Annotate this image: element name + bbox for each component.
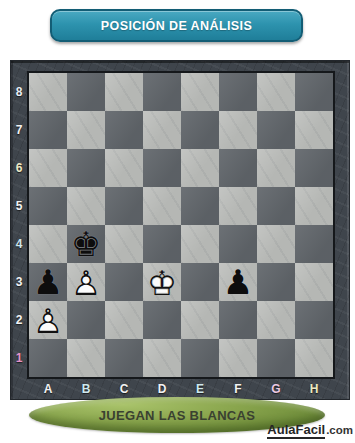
- piece-white-pawn: ♟♙: [29, 301, 67, 339]
- square-d6: [143, 149, 181, 187]
- square-b4: ♚: [67, 225, 105, 263]
- page: POSICIÓN DE ANÁLISIS ♚♟♟♙♚♔♟♟♙ 87654321 …: [0, 0, 355, 443]
- square-f6: [219, 149, 257, 187]
- piece-outline: ♙: [29, 301, 67, 339]
- square-h8: [295, 73, 333, 111]
- file-label-A: A: [29, 379, 67, 401]
- square-g4: [257, 225, 295, 263]
- rank-label-4: 4: [11, 225, 27, 263]
- square-a4: [29, 225, 67, 263]
- square-h3: [295, 263, 333, 301]
- square-c5: [105, 187, 143, 225]
- rank-label-3: 3: [11, 263, 27, 301]
- square-d5: [143, 187, 181, 225]
- rank-label-7: 7: [11, 111, 27, 149]
- square-b8: [67, 73, 105, 111]
- square-d7: [143, 111, 181, 149]
- piece-black-king: ♚: [67, 225, 105, 263]
- square-a1: [29, 339, 67, 377]
- file-label-G: G: [257, 379, 295, 401]
- square-b2: [67, 301, 105, 339]
- square-h1: [295, 339, 333, 377]
- square-a2: ♟♙: [29, 301, 67, 339]
- chess-board: ♚♟♟♙♚♔♟♟♙: [27, 71, 335, 379]
- square-c7: [105, 111, 143, 149]
- square-f2: [219, 301, 257, 339]
- turn-banner-label: JUEGAN LAS BLANCAS: [99, 408, 255, 423]
- square-d4: [143, 225, 181, 263]
- rank-label-2: 2: [11, 301, 27, 339]
- square-c3: [105, 263, 143, 301]
- square-d3: ♚♔: [143, 263, 181, 301]
- square-e8: [181, 73, 219, 111]
- square-a6: [29, 149, 67, 187]
- square-c2: [105, 301, 143, 339]
- square-g3: [257, 263, 295, 301]
- square-e3: [181, 263, 219, 301]
- square-b3: ♟♙: [67, 263, 105, 301]
- square-a8: [29, 73, 67, 111]
- square-d8: [143, 73, 181, 111]
- square-c6: [105, 149, 143, 187]
- square-g7: [257, 111, 295, 149]
- square-h5: [295, 187, 333, 225]
- square-g8: [257, 73, 295, 111]
- file-label-B: B: [67, 379, 105, 401]
- square-g2: [257, 301, 295, 339]
- square-e2: [181, 301, 219, 339]
- rank-label-8: 8: [11, 73, 27, 111]
- square-b7: [67, 111, 105, 149]
- watermark-brand-text: AulaFacil: [267, 422, 325, 439]
- square-c4: [105, 225, 143, 263]
- square-e6: [181, 149, 219, 187]
- square-c8: [105, 73, 143, 111]
- square-f5: [219, 187, 257, 225]
- chess-board-frame: ♚♟♟♙♚♔♟♟♙ 87654321 ABCDEFGH: [10, 60, 350, 400]
- square-h4: [295, 225, 333, 263]
- square-a5: [29, 187, 67, 225]
- square-f3: ♟: [219, 263, 257, 301]
- square-f1: [219, 339, 257, 377]
- piece-outline: ♙: [67, 263, 105, 301]
- square-a7: [29, 111, 67, 149]
- rank-label-5: 5: [11, 187, 27, 225]
- square-h6: [295, 149, 333, 187]
- square-h2: [295, 301, 333, 339]
- square-d1: [143, 339, 181, 377]
- watermark: AulaFacil.com: [267, 420, 353, 438]
- square-c1: [105, 339, 143, 377]
- square-f8: [219, 73, 257, 111]
- square-f7: [219, 111, 257, 149]
- square-e7: [181, 111, 219, 149]
- square-b6: [67, 149, 105, 187]
- file-label-H: H: [295, 379, 333, 401]
- piece-outline: ♔: [143, 263, 181, 301]
- square-g6: [257, 149, 295, 187]
- square-h7: [295, 111, 333, 149]
- rank-label-1: 1: [11, 339, 27, 377]
- analysis-banner: POSICIÓN DE ANÁLISIS: [50, 9, 303, 42]
- square-f4: [219, 225, 257, 263]
- square-b5: [67, 187, 105, 225]
- analysis-banner-label: POSICIÓN DE ANÁLISIS: [101, 19, 252, 33]
- square-e4: [181, 225, 219, 263]
- piece-white-pawn: ♟♙: [67, 263, 105, 301]
- piece-black-pawn: ♟: [219, 263, 257, 301]
- square-d2: [143, 301, 181, 339]
- piece-black-pawn: ♟: [29, 263, 67, 301]
- square-g1: [257, 339, 295, 377]
- watermark-tld-text: .com: [326, 424, 353, 436]
- rank-label-6: 6: [11, 149, 27, 187]
- piece-white-king: ♚♔: [143, 263, 181, 301]
- square-g5: [257, 187, 295, 225]
- square-a3: ♟: [29, 263, 67, 301]
- square-e5: [181, 187, 219, 225]
- square-b1: [67, 339, 105, 377]
- square-e1: [181, 339, 219, 377]
